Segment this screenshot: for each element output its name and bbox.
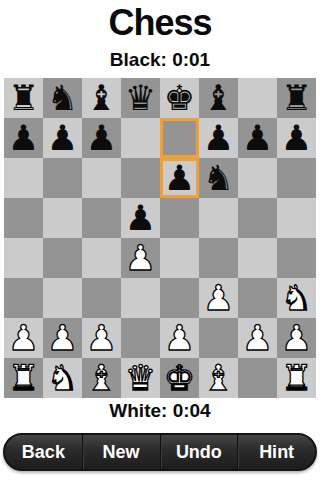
black-rook: ♜ [281,78,312,118]
square-c8[interactable]: ♝ [82,78,121,118]
black-pawn: ♟ [242,118,273,158]
chess-app-screen: Chess Black: 0:01 ♜♞♝♛♚♝♜♟♟♟♟♟♟♟♞♟♟♟♞♟♟♟… [0,0,320,480]
square-h5[interactable] [277,198,316,238]
square-c3[interactable] [82,278,121,318]
square-b2[interactable]: ♟ [43,318,82,358]
square-h6[interactable] [277,158,316,198]
back-button[interactable]: Back [5,435,82,469]
black-rook: ♜ [8,78,39,118]
chess-board: ♜♞♝♛♚♝♜♟♟♟♟♟♟♟♞♟♟♟♞♟♟♟♟♟♟♜♞♝♛♚♝♜ [4,78,316,398]
new-button[interactable]: New [82,435,160,469]
square-g6[interactable] [238,158,277,198]
square-g7[interactable]: ♟ [238,118,277,158]
square-h4[interactable] [277,238,316,278]
black-pawn: ♟ [86,118,117,158]
square-h8[interactable]: ♜ [277,78,316,118]
black-knight: ♞ [203,158,234,198]
undo-button[interactable]: Undo [160,435,238,469]
square-f4[interactable] [199,238,238,278]
square-e5[interactable] [160,198,199,238]
white-bishop: ♝ [86,358,117,398]
square-a4[interactable] [4,238,43,278]
square-a6[interactable] [4,158,43,198]
square-c7[interactable]: ♟ [82,118,121,158]
black-pawn: ♟ [203,118,234,158]
square-d7[interactable] [121,118,160,158]
square-d2[interactable] [121,318,160,358]
square-d5[interactable]: ♟ [121,198,160,238]
square-e4[interactable] [160,238,199,278]
square-h1[interactable]: ♜ [277,358,316,398]
square-e3[interactable] [160,278,199,318]
white-knight: ♞ [47,358,78,398]
square-g2[interactable]: ♟ [238,318,277,358]
black-knight: ♞ [47,78,78,118]
black-king: ♚ [164,78,195,118]
white-pawn: ♟ [47,318,78,358]
black-timer: Black: 0:01 [0,49,320,71]
square-c6[interactable] [82,158,121,198]
square-g5[interactable] [238,198,277,238]
square-a5[interactable] [4,198,43,238]
black-pawn: ♟ [8,118,39,158]
square-b6[interactable] [43,158,82,198]
square-e7[interactable] [160,118,199,158]
square-g8[interactable] [238,78,277,118]
white-pawn: ♟ [8,318,39,358]
square-b5[interactable] [43,198,82,238]
black-pawn: ♟ [125,198,156,238]
white-rook: ♜ [281,358,312,398]
white-pawn: ♟ [125,238,156,278]
square-d4[interactable]: ♟ [121,238,160,278]
square-g4[interactable] [238,238,277,278]
square-f3[interactable]: ♟ [199,278,238,318]
square-g1[interactable] [238,358,277,398]
square-d3[interactable] [121,278,160,318]
square-c1[interactable]: ♝ [82,358,121,398]
square-h7[interactable]: ♟ [277,118,316,158]
square-c5[interactable] [82,198,121,238]
white-pawn: ♟ [164,318,195,358]
square-e6[interactable]: ♟ [160,158,199,198]
square-g3[interactable] [238,278,277,318]
square-d1[interactable]: ♛ [121,358,160,398]
square-e1[interactable]: ♚ [160,358,199,398]
square-h2[interactable]: ♟ [277,318,316,358]
white-knight: ♞ [281,278,312,318]
square-f5[interactable] [199,198,238,238]
square-d6[interactable] [121,158,160,198]
square-a3[interactable] [4,278,43,318]
square-f6[interactable]: ♞ [199,158,238,198]
black-pawn: ♟ [47,118,78,158]
square-e8[interactable]: ♚ [160,78,199,118]
square-f7[interactable]: ♟ [199,118,238,158]
square-a2[interactable]: ♟ [4,318,43,358]
square-f8[interactable]: ♝ [199,78,238,118]
black-pawn: ♟ [281,118,312,158]
white-rook: ♜ [8,358,39,398]
white-pawn: ♟ [281,318,312,358]
black-pawn: ♟ [164,158,195,198]
white-pawn: ♟ [86,318,117,358]
white-pawn: ♟ [203,278,234,318]
hint-button[interactable]: Hint [237,435,315,469]
square-b4[interactable] [43,238,82,278]
square-h3[interactable]: ♞ [277,278,316,318]
square-a1[interactable]: ♜ [4,358,43,398]
square-d8[interactable]: ♛ [121,78,160,118]
square-f2[interactable] [199,318,238,358]
black-bishop: ♝ [86,78,117,118]
black-bishop: ♝ [203,78,234,118]
white-pawn: ♟ [242,318,273,358]
white-timer: White: 0:04 [0,400,320,422]
white-king: ♚ [164,358,195,398]
square-a7[interactable]: ♟ [4,118,43,158]
black-queen: ♛ [125,78,156,118]
square-c2[interactable]: ♟ [82,318,121,358]
toolbar: Back New Undo Hint [3,433,317,471]
square-f1[interactable]: ♝ [199,358,238,398]
page-title: Chess [0,2,320,44]
white-queen: ♛ [125,358,156,398]
square-b7[interactable]: ♟ [43,118,82,158]
square-b8[interactable]: ♞ [43,78,82,118]
square-b1[interactable]: ♞ [43,358,82,398]
square-e2[interactable]: ♟ [160,318,199,358]
white-bishop: ♝ [203,358,234,398]
square-a8[interactable]: ♜ [4,78,43,118]
square-b3[interactable] [43,278,82,318]
square-c4[interactable] [82,238,121,278]
